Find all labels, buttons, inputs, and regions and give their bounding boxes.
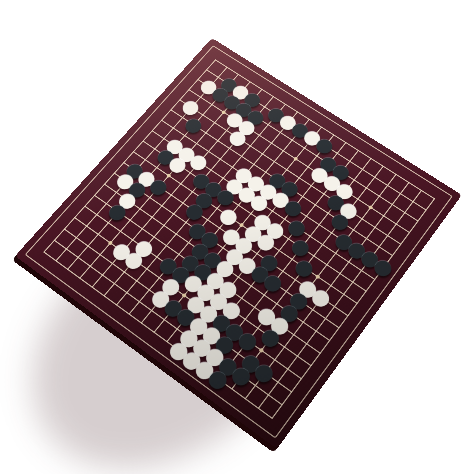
star-point (221, 110, 226, 115)
black-stone: ● (184, 116, 205, 134)
white-stone: ● (168, 155, 189, 174)
black-stone: ● (290, 237, 312, 257)
black-stone: ● (207, 368, 230, 391)
black-stone: ● (108, 202, 130, 222)
black-stone: ● (283, 198, 305, 218)
star-point (368, 205, 373, 210)
star-point (293, 156, 298, 161)
black-stone: ● (373, 257, 395, 278)
black-stone: ● (262, 272, 284, 293)
black-stone: ● (330, 211, 352, 231)
go-board-photo: ●●●●●●●●●●●●●●●●●●●●●●●●●●●●●●●●●●●●●●●●… (0, 0, 474, 474)
star-point (108, 240, 114, 245)
black-stone: ● (294, 257, 316, 278)
black-stone: ● (315, 136, 336, 155)
white-stone: ● (228, 128, 249, 147)
